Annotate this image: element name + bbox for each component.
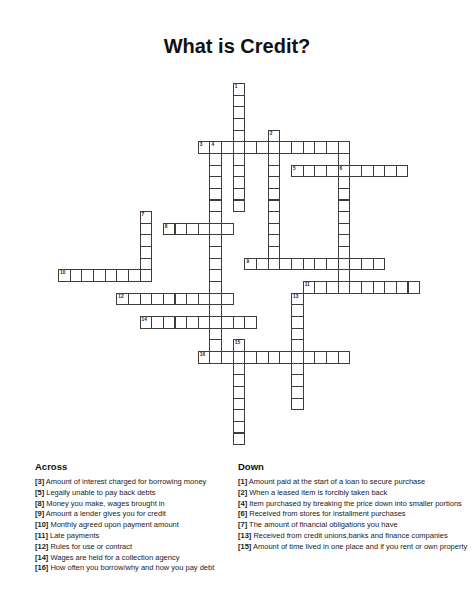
clue-number: 13 xyxy=(293,294,298,299)
clue-item-number: [8] xyxy=(35,499,44,508)
grid-cell[interactable] xyxy=(221,223,234,236)
clue-number: 5 xyxy=(293,166,296,171)
across-header: Across xyxy=(35,461,241,472)
crossword-page: What is Credit? 12345678910111213141516 … xyxy=(0,0,474,613)
clue-number: 11 xyxy=(305,282,310,287)
clue-item-11: [11] Late payments xyxy=(35,531,241,542)
page-title: What is Credit? xyxy=(0,35,474,58)
clue-item-number: [6] xyxy=(238,509,247,518)
clue-item-8: [8] Money you make, wages brought in xyxy=(35,499,241,510)
grid-cell[interactable] xyxy=(221,293,234,306)
clue-item-number: [9] xyxy=(35,509,44,518)
clue-item-number: [14] xyxy=(35,553,48,562)
clue-item-14: [14] Wages are held for a collection age… xyxy=(35,553,241,564)
clue-number: 8 xyxy=(165,224,168,229)
clue-item-number: [15] xyxy=(238,542,251,551)
clue-item-5: [5] Legally unable to pay back debts xyxy=(35,488,241,499)
down-clue-list: [1] Amount paid at the start of a loan t… xyxy=(238,477,470,553)
clue-number: 9 xyxy=(246,259,249,264)
clue-item-16: [16] How often you borrow/why and how yo… xyxy=(35,563,241,574)
clue-number: 15 xyxy=(235,340,240,345)
clue-item-1: [1] Amount paid at the start of a loan t… xyxy=(238,477,470,488)
clue-item-2: [2] When a leased item is forcibly taken… xyxy=(238,488,470,499)
across-clue-list: [3] Amount of interest charged for borro… xyxy=(35,477,241,574)
clue-item-number: [5] xyxy=(35,488,44,497)
clue-item-number: [1] xyxy=(238,477,247,486)
clue-item-3: [3] Amount of interest charged for borro… xyxy=(35,477,241,488)
clue-item-number: [10] xyxy=(35,520,48,529)
clue-item-15: [15] Amount of time lived in one place a… xyxy=(238,542,470,553)
across-clues: Across [3] Amount of interest charged fo… xyxy=(35,461,241,574)
clue-number: 4 xyxy=(211,142,214,147)
grid-cell[interactable] xyxy=(233,200,246,213)
clue-number: 16 xyxy=(200,352,205,357)
clue-item-number: [4] xyxy=(238,499,247,508)
clue-item-12: [12] Rules for use or contract xyxy=(35,542,241,553)
clue-number: 6 xyxy=(340,166,343,171)
clue-number: 10 xyxy=(60,270,65,275)
clue-item-number: [12] xyxy=(35,542,48,551)
clue-item-number: [7] xyxy=(238,520,247,529)
down-clues: Down [1] Amount paid at the start of a l… xyxy=(238,461,470,553)
clue-number: 12 xyxy=(118,294,123,299)
grid-cell[interactable] xyxy=(140,269,153,282)
clue-item-6: [6] Received from stores for installment… xyxy=(238,509,470,520)
clue-item-number: [13] xyxy=(238,531,251,540)
clue-item-number: [11] xyxy=(35,531,48,540)
clue-item-13: [13] Received from credit unions,banks a… xyxy=(238,531,470,542)
clue-number: 14 xyxy=(142,317,147,322)
clue-number: 1 xyxy=(235,84,238,89)
grid-cell[interactable] xyxy=(291,398,304,411)
grid-cell[interactable] xyxy=(408,281,421,294)
clue-item-4: [4] Item purchased by breaking the price… xyxy=(238,499,470,510)
crossword-grid: 12345678910111213141516 xyxy=(58,83,421,446)
clue-item-number: [16] xyxy=(35,563,48,572)
clue-item-number: [3] xyxy=(35,477,44,486)
grid-cell[interactable] xyxy=(338,351,351,364)
grid-cell[interactable] xyxy=(396,165,409,178)
clue-item-9: [9] Amount a lender gives you for credit xyxy=(35,509,241,520)
clue-item-number: [2] xyxy=(238,488,247,497)
clue-number: 3 xyxy=(200,142,203,147)
grid-cell[interactable] xyxy=(233,433,246,446)
clue-number: 7 xyxy=(142,212,145,217)
down-header: Down xyxy=(238,461,470,472)
clue-item-7: [7] The amount of financial obligations … xyxy=(238,520,470,531)
clue-number: 2 xyxy=(270,131,273,136)
grid-cell[interactable] xyxy=(373,258,386,271)
clue-item-10: [10] Monthly agreed upon payment amount xyxy=(35,520,241,531)
grid-cell[interactable] xyxy=(244,316,257,329)
